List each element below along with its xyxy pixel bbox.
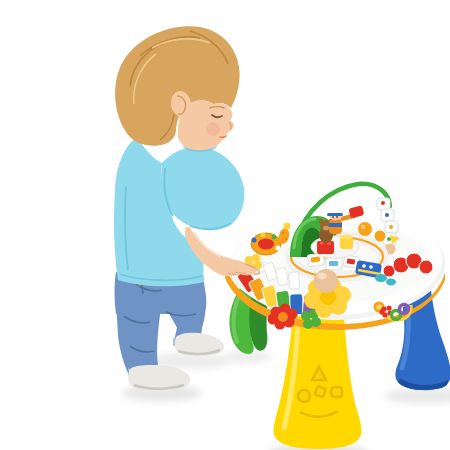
bear-muzzle [323,226,329,230]
embossed-circle [298,390,310,402]
bead-dot [389,225,393,229]
sailor-eye [332,216,334,218]
dial-bead [276,246,281,251]
white-key [289,272,300,290]
dial-bead [261,233,266,238]
sailor-eye [336,216,338,218]
product-photo [40,16,450,450]
giraffe-spot [282,232,284,234]
dial-bead [252,238,257,243]
spinner-dial [251,233,281,256]
cheek-blush [206,122,220,136]
red-arc [419,260,433,274]
bead-dot [385,213,389,217]
dome-button [375,231,386,242]
dial-centre [258,239,274,250]
clover-lobe [252,254,260,262]
bead-dot [387,237,391,241]
teal-button [386,279,396,286]
train-sticker [329,261,338,266]
teal-button [375,274,387,282]
embossed-diamond [315,386,326,397]
giraffe-spot [285,238,287,240]
station-window [369,265,373,269]
red-flower-centre [278,312,288,322]
giraffe-head [284,223,291,230]
dial-bead [272,235,277,240]
bear-ear [319,219,323,223]
bead-dot [381,201,385,205]
dome-button [358,222,372,236]
pounding-ball [314,269,338,293]
clover-lobe [311,317,321,327]
photo-canvas [40,16,450,450]
sailor-cap-brim [327,213,343,216]
embossed-square [331,387,342,397]
ball-highlight [317,273,327,280]
dome-highlight [361,225,365,229]
cylinder-top [340,235,353,240]
sailor-band [329,223,342,227]
yellow-cylinder [340,235,353,250]
station-window [362,264,366,268]
